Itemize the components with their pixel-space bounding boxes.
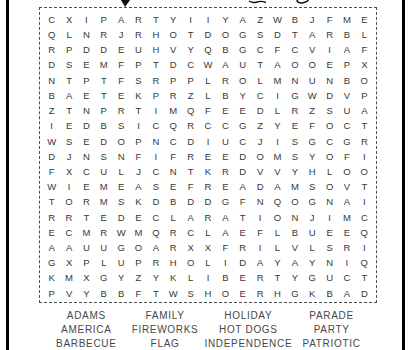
grid-cell: F (43, 164, 60, 179)
grid-cell: S (95, 149, 112, 164)
grid-cell: R (112, 103, 129, 118)
grid-cell: T (60, 103, 77, 118)
grid-cell: A (338, 42, 355, 57)
grid-cell: E (112, 179, 129, 194)
grid-cell: R (130, 27, 147, 42)
grid-cell: Q (43, 27, 60, 42)
grid-cell: G (286, 88, 303, 103)
grid-cell: C (147, 164, 164, 179)
grid-cell: A (182, 210, 199, 225)
grid-cell: E (199, 149, 216, 164)
grid-cell: D (269, 27, 286, 42)
grid-cell: E (78, 58, 95, 73)
grid-cell: V (338, 179, 355, 194)
word-list-item: PATRIOTIC (292, 338, 371, 349)
grid-cell: S (321, 240, 338, 255)
grid-cell: A (286, 255, 303, 270)
grid-cell: P (60, 42, 77, 57)
grid-cell: E (356, 12, 373, 27)
grid-cell: D (95, 134, 112, 149)
grid-cell: X (60, 164, 77, 179)
grid-cell: A (338, 286, 355, 301)
grid-cell: U (95, 240, 112, 255)
grid-cell: F (234, 195, 251, 210)
grid-cell: G (234, 27, 251, 42)
grid-cell: Q (147, 225, 164, 240)
grid-cell: O (321, 118, 338, 133)
grid-cell: F (130, 286, 147, 301)
grid-cell: P (78, 73, 95, 88)
grid-cell: F (199, 103, 216, 118)
grid-cell: B (338, 73, 355, 88)
grid-cell: Y (182, 42, 199, 57)
grid-cell: V (165, 42, 182, 57)
grid-cell: Y (286, 164, 303, 179)
grid-cell: B (286, 12, 303, 27)
grid-cell: M (269, 73, 286, 88)
grid-cell: Q (356, 255, 373, 270)
grid-cell: A (234, 12, 251, 27)
grid-cell: V (304, 42, 321, 57)
grid-cell: D (321, 88, 338, 103)
word-list-item: FIREWORKS (126, 324, 205, 335)
grid-cell: A (60, 240, 77, 255)
grid-cell: D (234, 164, 251, 179)
grid-cell: Y (78, 286, 95, 301)
grid-cell: C (60, 225, 77, 240)
grid-cell: N (78, 103, 95, 118)
grid-cell: C (182, 225, 199, 240)
grid-cell: L (269, 103, 286, 118)
grid-cell: M (78, 225, 95, 240)
grid-cell: O (356, 164, 373, 179)
grid-cell: G (95, 271, 112, 286)
grid-cell: P (95, 103, 112, 118)
grid-cell: L (95, 255, 112, 270)
word-list-item: AMERICA (47, 324, 126, 335)
grid-cell: C (338, 271, 355, 286)
grid-cell: E (130, 210, 147, 225)
grid-cell: B (112, 286, 129, 301)
grid-cell: D (165, 58, 182, 73)
grid-cell: K (304, 286, 321, 301)
grid-cell: T (78, 210, 95, 225)
grid-cell: T (286, 27, 303, 42)
grid-cell: L (199, 255, 216, 270)
grid-cell: D (78, 118, 95, 133)
grid-cell: F (338, 149, 355, 164)
grid-cell: A (251, 255, 268, 270)
grid-cell: T (251, 58, 268, 73)
grid-cell: W (43, 134, 60, 149)
grid-cell: D (43, 149, 60, 164)
worksheet-page: CXIPARTYIIYAZWBJFMEQLNRJRHOTDOGSDTARBLRP… (0, 0, 412, 350)
grid-cell: T (130, 103, 147, 118)
grid-cell: Q (165, 118, 182, 133)
grid-cell: W (43, 179, 60, 194)
grid-cell: U (304, 225, 321, 240)
grid-cell: W (199, 58, 216, 73)
grid-cell: J (112, 27, 129, 42)
grid-cell: U (321, 271, 338, 286)
grid-cell: E (78, 134, 95, 149)
grid-cell: N (286, 210, 303, 225)
grid-cell: T (356, 271, 373, 286)
grid-cell: R (95, 27, 112, 42)
grid-cell: O (251, 149, 268, 164)
grid-cell: B (321, 286, 338, 301)
grid-cell: M (95, 58, 112, 73)
grid-cell: Q (182, 103, 199, 118)
grid-cell: O (217, 286, 234, 301)
grid-cell: B (217, 42, 234, 57)
grid-cell: D (182, 195, 199, 210)
grid-cell: G (304, 271, 321, 286)
grid-cell: O (304, 58, 321, 73)
grid-cell: E (321, 225, 338, 240)
grid-cell: N (251, 195, 268, 210)
grid-cell: X (199, 240, 216, 255)
grid-cell: U (304, 73, 321, 88)
grid-cell: X (78, 271, 95, 286)
grid-cell: L (112, 164, 129, 179)
grid-cell: E (217, 179, 234, 194)
grid-cell: C (165, 134, 182, 149)
grid-cell: M (95, 179, 112, 194)
grid-cell: S (304, 179, 321, 194)
grid-cell: Y (112, 271, 129, 286)
grid-cell: F (356, 42, 373, 57)
grid-cell: R (356, 134, 373, 149)
grid-cell: F (217, 240, 234, 255)
title-fragment-icon (297, 0, 308, 3)
grid-cell: A (269, 179, 286, 194)
grid-cell: F (321, 12, 338, 27)
grid-cell: P (338, 58, 355, 73)
grid-cell: E (78, 179, 95, 194)
grid-cell: S (147, 179, 164, 194)
grid-cell: M (338, 12, 355, 27)
grid-cell: R (43, 210, 60, 225)
grid-cell: E (95, 210, 112, 225)
grid-cell: U (217, 134, 234, 149)
grid-cell: T (147, 58, 164, 73)
grid-cell: I (78, 12, 95, 27)
grid-cell: M (338, 210, 355, 225)
grid-cell: E (165, 179, 182, 194)
grid-cell: G (338, 134, 355, 149)
grid-cell: L (321, 164, 338, 179)
grid-cell: D (234, 255, 251, 270)
grid-cell: C (199, 118, 216, 133)
grid-cell: W (269, 12, 286, 27)
grid-cell: M (286, 179, 303, 194)
grid-cell: N (321, 73, 338, 88)
grid-cell: C (147, 118, 164, 133)
grid-cell: J (251, 134, 268, 149)
grid-cell: I (199, 12, 216, 27)
grid-cell: F (182, 179, 199, 194)
grid-cell: T (147, 12, 164, 27)
grid-cell: P (147, 88, 164, 103)
grid-cell: E (234, 103, 251, 118)
grid-cell: M (269, 149, 286, 164)
grid-cell: A (217, 58, 234, 73)
grid-cell: L (251, 73, 268, 88)
grid-cell: U (234, 58, 251, 73)
grid-cell: N (78, 149, 95, 164)
grid-cell: C (234, 134, 251, 149)
grid-cell: O (112, 134, 129, 149)
grid-cell: E (321, 58, 338, 73)
grid-cell: G (304, 195, 321, 210)
grid-cell: B (217, 88, 234, 103)
grid-cell: C (78, 164, 95, 179)
grid-cell: R (78, 195, 95, 210)
grid-cell: P (165, 73, 182, 88)
grid-cell: S (321, 103, 338, 118)
grid-cell: R (147, 255, 164, 270)
grid-cell: F (251, 225, 268, 240)
grid-cell: B (286, 225, 303, 240)
grid-cell: E (286, 118, 303, 133)
grid-cell: D (43, 58, 60, 73)
grid-cell: N (286, 73, 303, 88)
grid-cell: N (321, 255, 338, 270)
word-list-item: HOT DOGS (204, 324, 292, 335)
grid-cell: I (182, 12, 199, 27)
grid-cell: C (251, 42, 268, 57)
grid-cell: Z (130, 271, 147, 286)
grid-cell: W (112, 225, 129, 240)
grid-cell: T (182, 164, 199, 179)
grid-cell: R (165, 240, 182, 255)
grid-cell: F (269, 42, 286, 57)
grid-cell: K (43, 271, 60, 286)
grid-cell: Q (199, 42, 216, 57)
grid-cell: Y (304, 149, 321, 164)
grid-cell: C (217, 118, 234, 133)
grid-cell: H (199, 286, 216, 301)
grid-cell: D (234, 149, 251, 164)
grid-cell: T (43, 195, 60, 210)
grid-cell: I (147, 103, 164, 118)
grid-cell: G (43, 255, 60, 270)
grid-cell: S (60, 134, 77, 149)
grid-cell: P (130, 134, 147, 149)
grid-cell: S (251, 27, 268, 42)
title-fragment-icon (249, 1, 266, 3)
grid-cell: R (165, 225, 182, 240)
grid-cell: L (199, 225, 216, 240)
grid-cell: O (321, 149, 338, 164)
grid-cell: D (78, 42, 95, 57)
word-search-board: CXIPARTYIIYAZWBJFMEQLNRJRHOTDOGSDTARBLRP… (39, 7, 377, 303)
grid-cell: N (78, 27, 95, 42)
grid-cell: G (234, 118, 251, 133)
grid-cell: O (60, 195, 77, 210)
grid-cell: Z (251, 118, 268, 133)
grid-cell: C (356, 210, 373, 225)
grid-cell: N (147, 134, 164, 149)
grid-cell: P (130, 255, 147, 270)
grid-cell: O (269, 210, 286, 225)
grid-cell: R (199, 210, 216, 225)
grid-cell: G (286, 286, 303, 301)
grid-cell: E (43, 225, 60, 240)
grid-cell: I (338, 255, 355, 270)
grid-cell: M (130, 225, 147, 240)
grid-cell: U (112, 255, 129, 270)
grid-cell: I (199, 134, 216, 149)
grid-cell: I (269, 88, 286, 103)
grid-cell: P (356, 88, 373, 103)
grid-cell: A (130, 179, 147, 194)
grid-cell: A (112, 12, 129, 27)
grid-cell: I (147, 149, 164, 164)
grid-cell: R (286, 103, 303, 118)
grid-cell: R (182, 118, 199, 133)
grid-cell: X (60, 12, 77, 27)
grid-cell: H (147, 42, 164, 57)
title-fragment-icon (121, 0, 130, 7)
grid-cell: E (60, 118, 77, 133)
grid-cell: O (338, 164, 355, 179)
grid-cell: N (112, 149, 129, 164)
grid-cell: W (304, 88, 321, 103)
grid-cell: C (286, 42, 303, 57)
word-list-item: BARBECUE (47, 338, 126, 349)
grid-cell: R (199, 179, 216, 194)
grid-cell: D (112, 210, 129, 225)
grid-cell: A (356, 103, 373, 118)
grid-cell: F (112, 58, 129, 73)
grid-cell: I (251, 240, 268, 255)
grid-cell: I (356, 240, 373, 255)
grid-cell: O (356, 73, 373, 88)
grid-cell: F (165, 149, 182, 164)
grid-cell: T (95, 73, 112, 88)
grid-cell: X (356, 58, 373, 73)
grid-cell: C (251, 88, 268, 103)
grid-cell: N (43, 73, 60, 88)
grid-cell: K (165, 271, 182, 286)
grid-cell: G (217, 195, 234, 210)
grid-cell: V (286, 240, 303, 255)
grid-cell: G (304, 134, 321, 149)
grid-cell: R (321, 27, 338, 42)
grid-cell: I (321, 210, 338, 225)
grid-cell: C (182, 58, 199, 73)
grid-cell: N (165, 164, 182, 179)
grid-cell: I (356, 195, 373, 210)
grid-cell: Y (234, 88, 251, 103)
grid-cell: A (234, 179, 251, 194)
grid-cell: Z (304, 103, 321, 118)
grid-cell: B (95, 118, 112, 133)
grid-cell: I (130, 118, 147, 133)
grid-cell: U (338, 103, 355, 118)
grid-cell: A (147, 240, 164, 255)
grid-cell: G (234, 42, 251, 57)
grid-cell: L (304, 240, 321, 255)
grid-cell: T (269, 271, 286, 286)
grid-cell: J (304, 210, 321, 225)
grid-cell: A (338, 195, 355, 210)
grid-cell: F (304, 118, 321, 133)
word-list-item: FAMILY (126, 310, 205, 321)
grid-cell: Y (304, 255, 321, 270)
grid-cell: T (60, 73, 77, 88)
grid-cell: S (130, 73, 147, 88)
grid-cell: S (182, 286, 199, 301)
grid-cell: A (269, 58, 286, 73)
grid-cell: E (217, 103, 234, 118)
grid-cell: D (251, 103, 268, 118)
grid-cell: A (60, 88, 77, 103)
grid-cell: U (95, 164, 112, 179)
grid-cell: I (356, 149, 373, 164)
grid-cell: D (147, 195, 164, 210)
grid-cell: S (112, 195, 129, 210)
grid-cell: A (217, 210, 234, 225)
grid-cell: H (304, 164, 321, 179)
grid-cell: R (182, 149, 199, 164)
grid-cell: R (251, 286, 268, 301)
grid-cell: R (338, 240, 355, 255)
grid-cell: R (60, 210, 77, 225)
grid-cell: L (199, 73, 216, 88)
grid-cell: Y (286, 271, 303, 286)
grid-cell: R (217, 73, 234, 88)
grid-cell: K (130, 88, 147, 103)
grid-cell: C (43, 12, 60, 27)
grid-cell: R (234, 240, 251, 255)
grid-cell: R (165, 88, 182, 103)
grid-cell: S (286, 134, 303, 149)
grid-cell: Z (251, 12, 268, 27)
grid-cell: Y (147, 271, 164, 286)
grid-cell: A (304, 27, 321, 42)
grid-cell: Y (217, 12, 234, 27)
grid-cell: E (112, 88, 129, 103)
grid-cell: B (165, 195, 182, 210)
grid-cell: L (182, 271, 199, 286)
grid-cell: K (130, 195, 147, 210)
grid-cell: W (165, 286, 182, 301)
grid-cell: S (60, 58, 77, 73)
grid-cell: O (321, 179, 338, 194)
grid-cell: R (43, 42, 60, 57)
grid-cell: O (165, 27, 182, 42)
word-list-item: PARTY (292, 324, 371, 335)
grid-cell: R (95, 225, 112, 240)
word-list: ADAMSFAMILYHOLIDAYPARADEAMERICAFIREWORKS… (39, 310, 377, 349)
letter-grid: CXIPARTYIIYAZWBJFMEQLNRJRHOTDOGSDTARBLRP… (40, 8, 376, 302)
grid-cell: P (95, 12, 112, 27)
grid-cell: O (182, 255, 199, 270)
grid-cell: P (43, 286, 60, 301)
grid-cell: E (217, 149, 234, 164)
grid-cell: D (95, 42, 112, 57)
grid-cell: N (321, 195, 338, 210)
grid-cell: V (269, 164, 286, 179)
grid-cell: V (251, 164, 268, 179)
word-list-item: PARADE (292, 310, 371, 321)
grid-cell: R (130, 12, 147, 27)
grid-cell: E (234, 286, 251, 301)
grid-cell: T (356, 118, 373, 133)
